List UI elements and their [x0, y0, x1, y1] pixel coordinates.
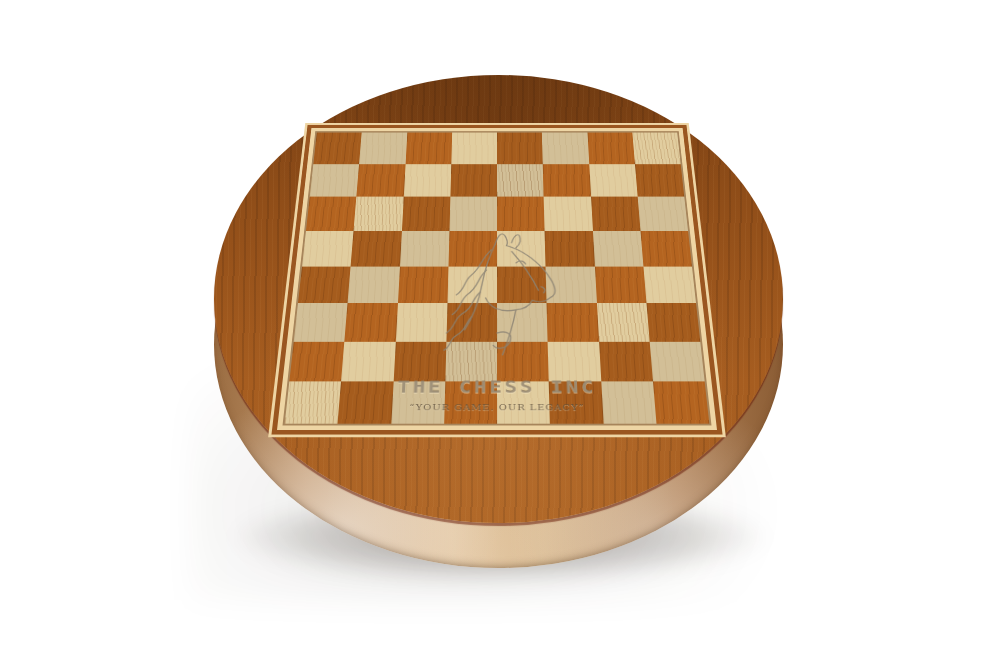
- square-d2: [445, 342, 497, 382]
- square-b3: [345, 303, 398, 341]
- square-a6: [306, 197, 357, 231]
- square-c6: [401, 197, 450, 231]
- square-h7: [635, 164, 685, 197]
- square-h1: [653, 382, 710, 424]
- square-g8: [587, 133, 635, 164]
- square-h8: [632, 133, 681, 164]
- square-c8: [405, 133, 452, 164]
- square-c5: [400, 231, 450, 266]
- square-h2: [649, 342, 704, 382]
- square-d1: [444, 382, 497, 424]
- board-perspective-wrap: THE CHESS INC “YOUR GAME. OUR LEGACY”: [277, 35, 717, 430]
- square-e3: [497, 303, 548, 341]
- square-g1: [601, 382, 656, 424]
- square-h3: [646, 303, 700, 341]
- square-c7: [403, 164, 451, 197]
- chess-board: THE CHESS INC “YOUR GAME. OUR LEGACY”: [277, 128, 717, 430]
- square-g6: [591, 197, 641, 231]
- square-e5: [497, 231, 546, 266]
- square-g2: [599, 342, 653, 382]
- square-a1: [285, 382, 342, 424]
- square-a3: [294, 303, 348, 341]
- square-f4: [546, 266, 597, 303]
- board-grid: [285, 133, 710, 424]
- square-e4: [497, 266, 547, 303]
- square-a7: [310, 164, 360, 197]
- square-f5: [545, 231, 595, 266]
- square-e8: [497, 133, 543, 164]
- square-c1: [391, 382, 445, 424]
- square-c3: [395, 303, 447, 341]
- square-b8: [359, 133, 407, 164]
- square-b5: [351, 231, 402, 266]
- square-c4: [398, 266, 449, 303]
- square-b6: [354, 197, 404, 231]
- square-a8: [313, 133, 362, 164]
- square-e1: [497, 382, 550, 424]
- square-f3: [547, 303, 599, 341]
- square-c2: [393, 342, 446, 382]
- square-d5: [448, 231, 497, 266]
- square-h6: [637, 197, 688, 231]
- square-b4: [348, 266, 400, 303]
- square-d3: [446, 303, 497, 341]
- square-d8: [451, 133, 497, 164]
- square-a2: [289, 342, 344, 382]
- square-f1: [549, 382, 603, 424]
- square-d7: [450, 164, 497, 197]
- square-e2: [497, 342, 549, 382]
- square-f7: [543, 164, 591, 197]
- square-b1: [338, 382, 393, 424]
- square-d4: [447, 266, 497, 303]
- square-h5: [640, 231, 692, 266]
- round-chess-box: THE CHESS INC “YOUR GAME. OUR LEGACY”: [0, 0, 1000, 667]
- square-d6: [449, 197, 497, 231]
- product-photo: THE CHESS INC “YOUR GAME. OUR LEGACY”: [0, 0, 1000, 667]
- square-e7: [497, 164, 544, 197]
- square-g5: [593, 231, 644, 266]
- square-f8: [542, 133, 589, 164]
- square-a5: [302, 231, 354, 266]
- square-b2: [341, 342, 395, 382]
- square-g3: [596, 303, 649, 341]
- square-a4: [298, 266, 351, 303]
- square-e6: [497, 197, 545, 231]
- square-g4: [594, 266, 646, 303]
- square-f6: [544, 197, 593, 231]
- square-b7: [357, 164, 406, 197]
- square-f2: [548, 342, 601, 382]
- square-h4: [643, 266, 696, 303]
- square-g7: [589, 164, 638, 197]
